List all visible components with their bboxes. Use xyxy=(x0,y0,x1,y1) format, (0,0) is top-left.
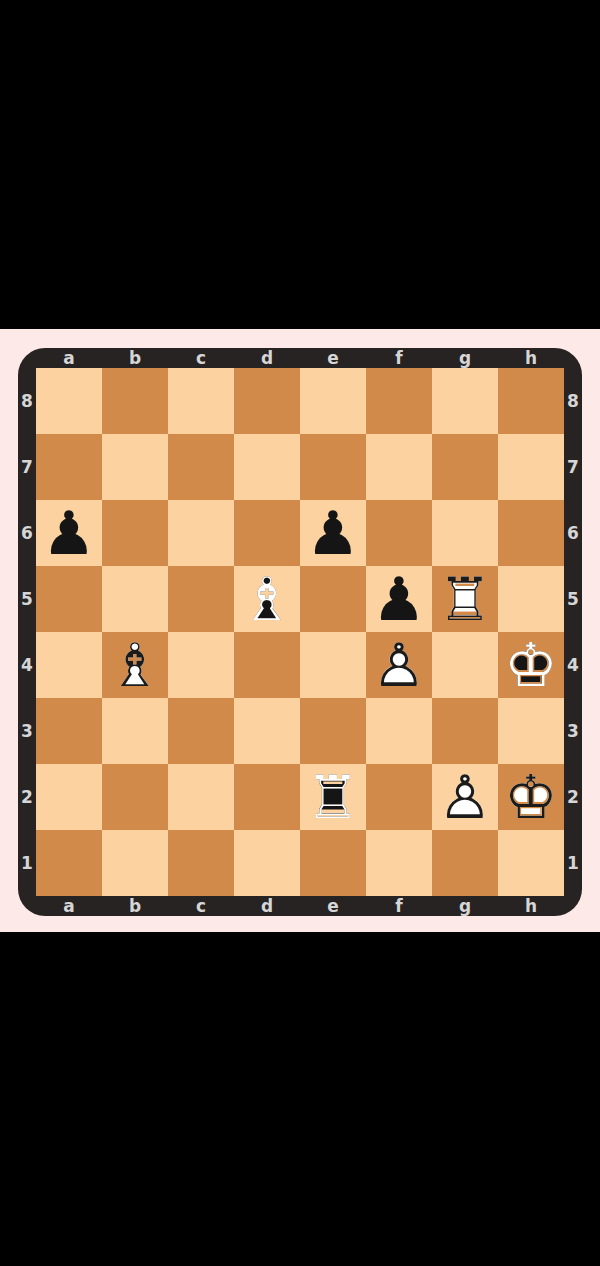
square-f8[interactable] xyxy=(366,368,432,434)
chess-board: abcdefgh88776♟♟65♝♗♟♜♖54♝♗♟♙♚♔4332♜♖♟♙♚♔… xyxy=(18,348,582,916)
square-e7[interactable] xyxy=(300,434,366,500)
square-d5[interactable]: ♝♗ xyxy=(234,566,300,632)
white-pawn[interactable]: ♟♙ xyxy=(366,632,432,698)
piece-fill: ♟ xyxy=(366,632,432,698)
square-c6[interactable] xyxy=(168,500,234,566)
white-king[interactable]: ♚♔ xyxy=(498,764,564,830)
square-a2[interactable] xyxy=(36,764,102,830)
frame-corner xyxy=(564,896,582,916)
square-h2[interactable]: ♚♔ xyxy=(498,764,564,830)
black-bishop[interactable]: ♝♗ xyxy=(234,566,300,632)
square-g1[interactable] xyxy=(432,830,498,896)
rank-label-6-right: 6 xyxy=(564,500,582,566)
white-rook[interactable]: ♜♖ xyxy=(432,566,498,632)
square-f6[interactable] xyxy=(366,500,432,566)
square-c8[interactable] xyxy=(168,368,234,434)
piece-outline: ♗ xyxy=(102,632,168,698)
rank-label-7-right: 7 xyxy=(564,434,582,500)
frame-corner xyxy=(564,348,582,368)
square-d6[interactable] xyxy=(234,500,300,566)
rank-label-4-right: 4 xyxy=(564,632,582,698)
square-a1[interactable] xyxy=(36,830,102,896)
square-c3[interactable] xyxy=(168,698,234,764)
square-f4[interactable]: ♟♙ xyxy=(366,632,432,698)
content-area: abcdefgh88776♟♟65♝♗♟♜♖54♝♗♟♙♚♔4332♜♖♟♙♚♔… xyxy=(0,329,600,932)
file-label-g-bottom: g xyxy=(432,896,498,916)
file-label-h-top: h xyxy=(498,348,564,368)
square-b3[interactable] xyxy=(102,698,168,764)
square-h1[interactable] xyxy=(498,830,564,896)
piece-outline: ♔ xyxy=(498,632,564,698)
piece-fill: ♟ xyxy=(300,500,366,566)
rank-label-3-right: 3 xyxy=(564,698,582,764)
square-d8[interactable] xyxy=(234,368,300,434)
piece-outline: ♙ xyxy=(432,764,498,830)
square-a4[interactable] xyxy=(36,632,102,698)
square-a3[interactable] xyxy=(36,698,102,764)
square-c1[interactable] xyxy=(168,830,234,896)
square-b5[interactable] xyxy=(102,566,168,632)
square-e2[interactable]: ♜♖ xyxy=(300,764,366,830)
bottom-letterbox xyxy=(0,932,600,1266)
square-f3[interactable] xyxy=(366,698,432,764)
square-c7[interactable] xyxy=(168,434,234,500)
rank-label-8-left: 8 xyxy=(18,368,36,434)
black-pawn[interactable]: ♟ xyxy=(300,500,366,566)
piece-fill: ♝ xyxy=(234,566,300,632)
file-label-a-top: a xyxy=(36,348,102,368)
piece-fill: ♜ xyxy=(300,764,366,830)
file-label-f-bottom: f xyxy=(366,896,432,916)
file-label-c-bottom: c xyxy=(168,896,234,916)
square-g7[interactable] xyxy=(432,434,498,500)
rank-label-2-right: 2 xyxy=(564,764,582,830)
screen: abcdefgh88776♟♟65♝♗♟♜♖54♝♗♟♙♚♔4332♜♖♟♙♚♔… xyxy=(0,0,600,1266)
square-e5[interactable] xyxy=(300,566,366,632)
square-h5[interactable] xyxy=(498,566,564,632)
rank-label-1-left: 1 xyxy=(18,830,36,896)
square-a8[interactable] xyxy=(36,368,102,434)
square-d4[interactable] xyxy=(234,632,300,698)
rank-label-8-right: 8 xyxy=(564,368,582,434)
square-e4[interactable] xyxy=(300,632,366,698)
rank-label-3-left: 3 xyxy=(18,698,36,764)
piece-outline: ♙ xyxy=(366,632,432,698)
piece-fill: ♟ xyxy=(366,566,432,632)
square-h8[interactable] xyxy=(498,368,564,434)
file-label-a-bottom: a xyxy=(36,896,102,916)
square-h3[interactable] xyxy=(498,698,564,764)
square-e8[interactable] xyxy=(300,368,366,434)
piece-fill: ♚ xyxy=(498,632,564,698)
file-label-b-top: b xyxy=(102,348,168,368)
rank-label-6-left: 6 xyxy=(18,500,36,566)
square-h6[interactable] xyxy=(498,500,564,566)
square-a7[interactable] xyxy=(36,434,102,500)
square-f2[interactable] xyxy=(366,764,432,830)
square-d3[interactable] xyxy=(234,698,300,764)
frame-corner xyxy=(18,348,36,368)
rank-label-2-left: 2 xyxy=(18,764,36,830)
square-h4[interactable]: ♚♔ xyxy=(498,632,564,698)
square-g5[interactable]: ♜♖ xyxy=(432,566,498,632)
black-king[interactable]: ♚♔ xyxy=(498,632,564,698)
square-b6[interactable] xyxy=(102,500,168,566)
rank-label-1-right: 1 xyxy=(564,830,582,896)
black-rook[interactable]: ♜♖ xyxy=(300,764,366,830)
square-b7[interactable] xyxy=(102,434,168,500)
square-d2[interactable] xyxy=(234,764,300,830)
square-b2[interactable] xyxy=(102,764,168,830)
file-label-f-top: f xyxy=(366,348,432,368)
square-b1[interactable] xyxy=(102,830,168,896)
piece-fill: ♝ xyxy=(102,632,168,698)
file-label-d-bottom: d xyxy=(234,896,300,916)
square-e3[interactable] xyxy=(300,698,366,764)
piece-outline: ♔ xyxy=(498,764,564,830)
square-d1[interactable] xyxy=(234,830,300,896)
square-e6[interactable]: ♟ xyxy=(300,500,366,566)
square-f7[interactable] xyxy=(366,434,432,500)
square-c4[interactable] xyxy=(168,632,234,698)
rank-label-5-left: 5 xyxy=(18,566,36,632)
square-b4[interactable]: ♝♗ xyxy=(102,632,168,698)
file-label-c-top: c xyxy=(168,348,234,368)
square-g2[interactable]: ♟♙ xyxy=(432,764,498,830)
rank-label-5-right: 5 xyxy=(564,566,582,632)
black-pawn[interactable]: ♟ xyxy=(366,566,432,632)
piece-fill: ♟ xyxy=(36,500,102,566)
square-d7[interactable] xyxy=(234,434,300,500)
rank-label-4-left: 4 xyxy=(18,632,36,698)
file-label-d-top: d xyxy=(234,348,300,368)
piece-fill: ♟ xyxy=(432,764,498,830)
frame-corner xyxy=(18,896,36,916)
white-pawn[interactable]: ♟♙ xyxy=(432,764,498,830)
file-label-g-top: g xyxy=(432,348,498,368)
square-g3[interactable] xyxy=(432,698,498,764)
file-label-e-top: e xyxy=(300,348,366,368)
file-label-h-bottom: h xyxy=(498,896,564,916)
piece-fill: ♜ xyxy=(432,566,498,632)
piece-fill: ♚ xyxy=(498,764,564,830)
square-c5[interactable] xyxy=(168,566,234,632)
black-pawn[interactable]: ♟ xyxy=(36,500,102,566)
white-bishop[interactable]: ♝♗ xyxy=(102,632,168,698)
square-e1[interactable] xyxy=(300,830,366,896)
file-label-e-bottom: e xyxy=(300,896,366,916)
piece-outline: ♖ xyxy=(432,566,498,632)
square-a6[interactable]: ♟ xyxy=(36,500,102,566)
square-a5[interactable] xyxy=(36,566,102,632)
square-b8[interactable] xyxy=(102,368,168,434)
square-h7[interactable] xyxy=(498,434,564,500)
square-f1[interactable] xyxy=(366,830,432,896)
piece-outline: ♖ xyxy=(300,764,366,830)
file-label-b-bottom: b xyxy=(102,896,168,916)
square-g6[interactable] xyxy=(432,500,498,566)
square-f5[interactable]: ♟ xyxy=(366,566,432,632)
square-g4[interactable] xyxy=(432,632,498,698)
top-letterbox xyxy=(0,0,600,329)
rank-label-7-left: 7 xyxy=(18,434,36,500)
square-c2[interactable] xyxy=(168,764,234,830)
piece-outline: ♗ xyxy=(234,566,300,632)
square-g8[interactable] xyxy=(432,368,498,434)
